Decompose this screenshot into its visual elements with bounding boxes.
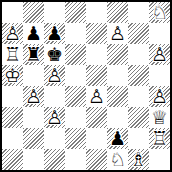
square-b7[interactable]: ♟ xyxy=(23,23,44,44)
piece-white-pawn: ♟♙ xyxy=(23,86,44,107)
square-e7[interactable] xyxy=(86,23,107,44)
piece-white-pawn: ♟♙ xyxy=(2,23,23,44)
square-f2[interactable]: ♟ xyxy=(107,128,128,149)
piece-white-knight: ♞♘ xyxy=(107,149,128,170)
chess-board: ♞♘♟♙♟♟♟♙♜♖♜♚♟♙♚♔♟♙♟♙♟♙♟♙♟♙♛♕♟♜♖♞♘♝♗ xyxy=(0,0,172,172)
square-a6[interactable]: ♜♖ xyxy=(2,44,23,65)
square-b5[interactable] xyxy=(23,65,44,86)
square-d1[interactable] xyxy=(65,149,86,170)
square-g3[interactable] xyxy=(128,107,149,128)
piece-white-pawn: ♟♙ xyxy=(107,23,128,44)
square-a5[interactable]: ♚♔ xyxy=(2,65,23,86)
square-d7[interactable] xyxy=(65,23,86,44)
square-b6[interactable]: ♜ xyxy=(23,44,44,65)
piece-white-rook: ♜♖ xyxy=(2,44,23,65)
piece-white-pawn: ♟♙ xyxy=(149,44,170,65)
piece-white-pawn: ♟♙ xyxy=(44,107,65,128)
square-c1[interactable] xyxy=(44,149,65,170)
square-h2[interactable]: ♜♖ xyxy=(149,128,170,149)
piece-white-pawn: ♟♙ xyxy=(86,86,107,107)
square-c5[interactable]: ♟♙ xyxy=(44,65,65,86)
square-c7[interactable]: ♟ xyxy=(44,23,65,44)
piece-black-rook: ♜ xyxy=(23,44,44,65)
square-a3[interactable] xyxy=(2,107,23,128)
square-h7[interactable] xyxy=(149,23,170,44)
square-d8[interactable] xyxy=(65,2,86,23)
square-f4[interactable] xyxy=(107,86,128,107)
square-g5[interactable] xyxy=(128,65,149,86)
square-d2[interactable] xyxy=(65,128,86,149)
square-c8[interactable] xyxy=(44,2,65,23)
square-a1[interactable] xyxy=(2,149,23,170)
piece-black-pawn: ♟ xyxy=(23,23,44,44)
square-a2[interactable] xyxy=(2,128,23,149)
square-g2[interactable] xyxy=(128,128,149,149)
square-f3[interactable] xyxy=(107,107,128,128)
square-g7[interactable] xyxy=(128,23,149,44)
square-b1[interactable] xyxy=(23,149,44,170)
square-e6[interactable] xyxy=(86,44,107,65)
square-e5[interactable] xyxy=(86,65,107,86)
square-d4[interactable] xyxy=(65,86,86,107)
square-f1[interactable]: ♞♘ xyxy=(107,149,128,170)
square-b8[interactable] xyxy=(23,2,44,23)
piece-black-king: ♚ xyxy=(44,44,65,65)
square-h8[interactable]: ♞♘ xyxy=(149,2,170,23)
square-a8[interactable] xyxy=(2,2,23,23)
square-c2[interactable] xyxy=(44,128,65,149)
square-b3[interactable] xyxy=(23,107,44,128)
piece-black-pawn: ♟ xyxy=(107,128,128,149)
square-c6[interactable]: ♚ xyxy=(44,44,65,65)
square-e2[interactable] xyxy=(86,128,107,149)
piece-white-rook: ♜♖ xyxy=(149,128,170,149)
piece-white-king: ♚♔ xyxy=(2,65,23,86)
square-f8[interactable] xyxy=(107,2,128,23)
square-f6[interactable] xyxy=(107,44,128,65)
square-g6[interactable] xyxy=(128,44,149,65)
square-d3[interactable] xyxy=(65,107,86,128)
square-h1[interactable] xyxy=(149,149,170,170)
square-a7[interactable]: ♟♙ xyxy=(2,23,23,44)
square-c4[interactable] xyxy=(44,86,65,107)
square-h5[interactable] xyxy=(149,65,170,86)
piece-white-knight: ♞♘ xyxy=(149,2,170,23)
square-b2[interactable] xyxy=(23,128,44,149)
square-e3[interactable] xyxy=(86,107,107,128)
square-f5[interactable] xyxy=(107,65,128,86)
square-e1[interactable] xyxy=(86,149,107,170)
square-g1[interactable]: ♝♗ xyxy=(128,149,149,170)
piece-white-pawn: ♟♙ xyxy=(44,65,65,86)
square-h6[interactable]: ♟♙ xyxy=(149,44,170,65)
square-h4[interactable]: ♟♙ xyxy=(149,86,170,107)
square-c3[interactable]: ♟♙ xyxy=(44,107,65,128)
piece-white-bishop: ♝♗ xyxy=(128,149,149,170)
square-f7[interactable]: ♟♙ xyxy=(107,23,128,44)
square-g4[interactable] xyxy=(128,86,149,107)
square-h3[interactable]: ♛♕ xyxy=(149,107,170,128)
square-g8[interactable] xyxy=(128,2,149,23)
piece-white-queen: ♛♕ xyxy=(149,107,170,128)
square-b4[interactable]: ♟♙ xyxy=(23,86,44,107)
piece-black-pawn: ♟ xyxy=(44,23,65,44)
square-d5[interactable] xyxy=(65,65,86,86)
square-e8[interactable] xyxy=(86,2,107,23)
square-e4[interactable]: ♟♙ xyxy=(86,86,107,107)
square-d6[interactable] xyxy=(65,44,86,65)
square-a4[interactable] xyxy=(2,86,23,107)
piece-white-pawn: ♟♙ xyxy=(149,86,170,107)
